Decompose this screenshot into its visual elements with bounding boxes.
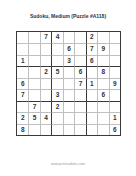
cell-r1c9[interactable]	[109, 32, 120, 43]
cell-r2c4[interactable]	[51, 43, 62, 54]
cell-r6c6[interactable]	[74, 89, 85, 100]
cell-r6c5[interactable]	[63, 89, 74, 100]
cell-r3c6[interactable]	[74, 55, 85, 66]
cell-r7c2[interactable]: 7	[28, 101, 39, 112]
cell-r1c2[interactable]	[28, 32, 39, 43]
cell-r4c3[interactable]: 2	[40, 66, 51, 77]
cell-r7c4[interactable]: 2	[51, 101, 62, 112]
sudoku-board: 7426791362568671973672254186	[16, 31, 121, 136]
cell-r8c1[interactable]: 2	[17, 112, 28, 123]
cell-r6c3[interactable]	[40, 89, 51, 100]
cell-r9c6[interactable]	[74, 124, 85, 135]
cell-r7c1[interactable]	[17, 101, 28, 112]
cell-r9c2[interactable]	[28, 124, 39, 135]
cell-r6c1[interactable]: 7	[17, 89, 28, 100]
cell-r5c5[interactable]	[63, 78, 74, 89]
cell-r3c2[interactable]	[28, 55, 39, 66]
cell-r9c9[interactable]: 6	[109, 124, 120, 135]
cell-r9c8[interactable]	[97, 124, 108, 135]
cell-r4c9[interactable]	[109, 66, 120, 77]
cell-r6c2[interactable]	[28, 89, 39, 100]
cell-r7c3[interactable]	[40, 101, 51, 112]
cell-r1c5[interactable]	[63, 32, 74, 43]
cell-r5c7[interactable]: 1	[86, 78, 97, 89]
footer-url: www.printsudoku.com	[0, 162, 136, 166]
cell-r5c4[interactable]	[51, 78, 62, 89]
cell-r8c5[interactable]	[63, 112, 74, 123]
cell-r7c9[interactable]	[109, 101, 120, 112]
cell-r9c3[interactable]	[40, 124, 51, 135]
cell-r8c2[interactable]: 5	[28, 112, 39, 123]
cell-r3c7[interactable]: 6	[86, 55, 97, 66]
cell-r2c3[interactable]	[40, 43, 51, 54]
cell-r5c8[interactable]	[97, 78, 108, 89]
cell-r5c6[interactable]: 7	[74, 78, 85, 89]
cell-r4c5[interactable]	[63, 66, 74, 77]
cell-r1c8[interactable]	[97, 32, 108, 43]
cell-r9c1[interactable]: 8	[17, 124, 28, 135]
cell-r3c8[interactable]	[97, 55, 108, 66]
cell-r7c5[interactable]	[63, 101, 74, 112]
cell-r9c4[interactable]	[51, 124, 62, 135]
cell-r1c6[interactable]	[74, 32, 85, 43]
cell-r7c8[interactable]	[97, 101, 108, 112]
cell-r1c4[interactable]: 4	[51, 32, 62, 43]
cell-r5c1[interactable]: 6	[17, 78, 28, 89]
cell-r6c4[interactable]: 3	[51, 89, 62, 100]
cell-r6c9[interactable]	[109, 89, 120, 100]
cell-r8c9[interactable]: 1	[109, 112, 120, 123]
cell-r3c9[interactable]	[109, 55, 120, 66]
cell-r2c2[interactable]	[28, 43, 39, 54]
cell-r2c1[interactable]	[17, 43, 28, 54]
cell-r2c8[interactable]: 9	[97, 43, 108, 54]
cell-r8c6[interactable]	[74, 112, 85, 123]
cell-r4c6[interactable]: 6	[74, 66, 85, 77]
cell-r5c3[interactable]	[40, 78, 51, 89]
cell-r9c7[interactable]	[86, 124, 97, 135]
cell-r9c5[interactable]	[63, 124, 74, 135]
cell-r3c1[interactable]: 1	[17, 55, 28, 66]
cell-r1c3[interactable]: 7	[40, 32, 51, 43]
cell-r8c7[interactable]	[86, 112, 97, 123]
cell-r4c2[interactable]	[28, 66, 39, 77]
page-title: Sudoku, Medium (Puzzle #A118)	[0, 13, 136, 19]
cell-r3c4[interactable]	[51, 55, 62, 66]
cell-r2c6[interactable]	[74, 43, 85, 54]
cell-r4c4[interactable]: 5	[51, 66, 62, 77]
cell-r2c7[interactable]: 7	[86, 43, 97, 54]
cell-r5c2[interactable]	[28, 78, 39, 89]
cell-r6c7[interactable]	[86, 89, 97, 100]
cell-r5c9[interactable]: 9	[109, 78, 120, 89]
cell-r3c5[interactable]: 3	[63, 55, 74, 66]
cell-r8c3[interactable]: 4	[40, 112, 51, 123]
cell-r1c7[interactable]: 2	[86, 32, 97, 43]
cell-r8c8[interactable]	[97, 112, 108, 123]
cell-r7c7[interactable]	[86, 101, 97, 112]
cell-r2c9[interactable]	[109, 43, 120, 54]
cell-r2c5[interactable]: 6	[63, 43, 74, 54]
cell-r4c1[interactable]	[17, 66, 28, 77]
cell-r4c8[interactable]: 8	[97, 66, 108, 77]
cell-r8c4[interactable]	[51, 112, 62, 123]
cell-r6c8[interactable]: 6	[97, 89, 108, 100]
cell-r3c3[interactable]	[40, 55, 51, 66]
cell-r7c6[interactable]	[74, 101, 85, 112]
cell-r4c7[interactable]	[86, 66, 97, 77]
cell-r1c1[interactable]	[17, 32, 28, 43]
